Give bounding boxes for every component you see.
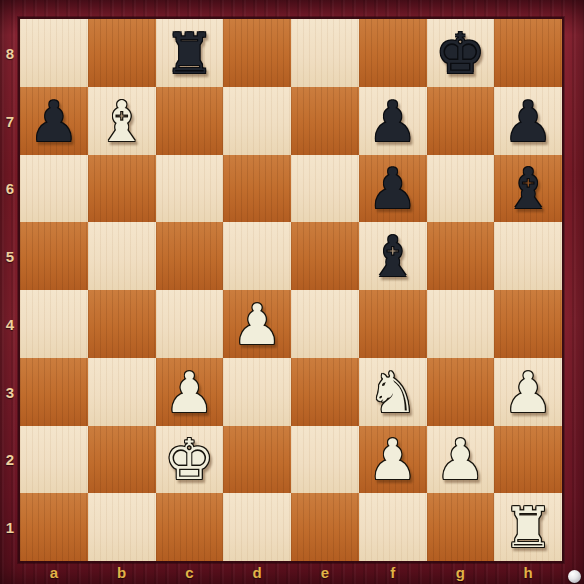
square-f6[interactable]: ♟ <box>359 155 427 223</box>
rank-label-6: 6 <box>0 180 20 197</box>
square-g6[interactable] <box>427 155 495 223</box>
square-d7[interactable] <box>223 87 291 155</box>
file-label-h: h <box>524 564 533 581</box>
file-label-a: a <box>50 564 58 581</box>
square-e8[interactable] <box>291 19 359 87</box>
piece-black-bishop-f5[interactable]: ♝ <box>368 229 418 285</box>
square-c8[interactable]: ♜ <box>156 19 224 87</box>
piece-black-pawn-a7[interactable]: ♟ <box>29 94 79 150</box>
square-e2[interactable] <box>291 426 359 494</box>
file-label-g: g <box>456 564 465 581</box>
square-b7[interactable]: ♝ <box>88 87 156 155</box>
square-g5[interactable] <box>427 222 495 290</box>
rank-label-3: 3 <box>0 383 20 400</box>
square-f3[interactable]: ♞ <box>359 358 427 426</box>
square-a4[interactable] <box>20 290 88 358</box>
file-label-e: e <box>321 564 329 581</box>
square-f1[interactable] <box>359 493 427 561</box>
square-g2[interactable]: ♟ <box>427 426 495 494</box>
square-f7[interactable]: ♟ <box>359 87 427 155</box>
square-f5[interactable]: ♝ <box>359 222 427 290</box>
piece-white-knight-f3[interactable]: ♞ <box>368 365 418 421</box>
square-h4[interactable] <box>494 290 562 358</box>
square-h7[interactable]: ♟ <box>494 87 562 155</box>
square-d3[interactable] <box>223 358 291 426</box>
piece-black-pawn-f7[interactable]: ♟ <box>368 94 418 150</box>
square-g4[interactable] <box>427 290 495 358</box>
square-c2[interactable]: ♚ <box>156 426 224 494</box>
square-f4[interactable] <box>359 290 427 358</box>
rank-label-7: 7 <box>0 112 20 129</box>
piece-white-pawn-g2[interactable]: ♟ <box>435 432 485 488</box>
square-g3[interactable] <box>427 358 495 426</box>
rank-label-2: 2 <box>0 451 20 468</box>
chess-board: ♜♚♟♝♟♟♟♝♝♟♟♞♟♚♟♟♜ <box>20 19 562 561</box>
file-label-f: f <box>390 564 395 581</box>
square-b8[interactable] <box>88 19 156 87</box>
square-g8[interactable]: ♚ <box>427 19 495 87</box>
square-a3[interactable] <box>20 358 88 426</box>
piece-white-king-c2[interactable]: ♚ <box>164 432 214 488</box>
square-b4[interactable] <box>88 290 156 358</box>
square-h8[interactable] <box>494 19 562 87</box>
square-a6[interactable] <box>20 155 88 223</box>
piece-black-pawn-h7[interactable]: ♟ <box>503 94 553 150</box>
square-h3[interactable]: ♟ <box>494 358 562 426</box>
square-d8[interactable] <box>223 19 291 87</box>
file-label-b: b <box>117 564 126 581</box>
square-c4[interactable] <box>156 290 224 358</box>
piece-white-rook-h1[interactable]: ♜ <box>503 500 553 556</box>
square-b1[interactable] <box>88 493 156 561</box>
rank-label-4: 4 <box>0 315 20 332</box>
square-d2[interactable] <box>223 426 291 494</box>
square-c6[interactable] <box>156 155 224 223</box>
piece-black-bishop-h6[interactable]: ♝ <box>503 161 553 217</box>
rank-label-1: 1 <box>0 519 20 536</box>
square-c1[interactable] <box>156 493 224 561</box>
file-label-d: d <box>253 564 262 581</box>
rank-label-8: 8 <box>0 44 20 61</box>
square-a7[interactable]: ♟ <box>20 87 88 155</box>
square-f8[interactable] <box>359 19 427 87</box>
square-h2[interactable] <box>494 426 562 494</box>
square-e5[interactable] <box>291 222 359 290</box>
square-h1[interactable]: ♜ <box>494 493 562 561</box>
square-a5[interactable] <box>20 222 88 290</box>
square-h6[interactable]: ♝ <box>494 155 562 223</box>
square-a1[interactable] <box>20 493 88 561</box>
piece-white-pawn-f2[interactable]: ♟ <box>368 432 418 488</box>
square-a8[interactable] <box>20 19 88 87</box>
square-h5[interactable] <box>494 222 562 290</box>
square-d5[interactable] <box>223 222 291 290</box>
piece-white-pawn-d4[interactable]: ♟ <box>232 297 282 353</box>
square-c7[interactable] <box>156 87 224 155</box>
board-frame: ♜♚♟♝♟♟♟♝♝♟♟♞♟♚♟♟♜ 87654321 abcdefgh <box>0 0 584 584</box>
square-e7[interactable] <box>291 87 359 155</box>
rank-label-5: 5 <box>0 248 20 265</box>
square-e3[interactable] <box>291 358 359 426</box>
file-label-c: c <box>185 564 193 581</box>
white-to-move-indicator <box>568 570 581 583</box>
square-e6[interactable] <box>291 155 359 223</box>
piece-black-pawn-f6[interactable]: ♟ <box>368 161 418 217</box>
square-f2[interactable]: ♟ <box>359 426 427 494</box>
square-b5[interactable] <box>88 222 156 290</box>
piece-white-pawn-c3[interactable]: ♟ <box>164 365 214 421</box>
square-e4[interactable] <box>291 290 359 358</box>
piece-black-rook-c8[interactable]: ♜ <box>164 26 214 82</box>
square-g1[interactable] <box>427 493 495 561</box>
piece-white-bishop-b7[interactable]: ♝ <box>97 94 147 150</box>
piece-black-king-g8[interactable]: ♚ <box>435 26 485 82</box>
square-c3[interactable]: ♟ <box>156 358 224 426</box>
square-d1[interactable] <box>223 493 291 561</box>
square-b3[interactable] <box>88 358 156 426</box>
square-a2[interactable] <box>20 426 88 494</box>
square-d4[interactable]: ♟ <box>223 290 291 358</box>
piece-white-pawn-h3[interactable]: ♟ <box>503 365 553 421</box>
square-b6[interactable] <box>88 155 156 223</box>
square-d6[interactable] <box>223 155 291 223</box>
square-e1[interactable] <box>291 493 359 561</box>
square-b2[interactable] <box>88 426 156 494</box>
square-g7[interactable] <box>427 87 495 155</box>
square-c5[interactable] <box>156 222 224 290</box>
